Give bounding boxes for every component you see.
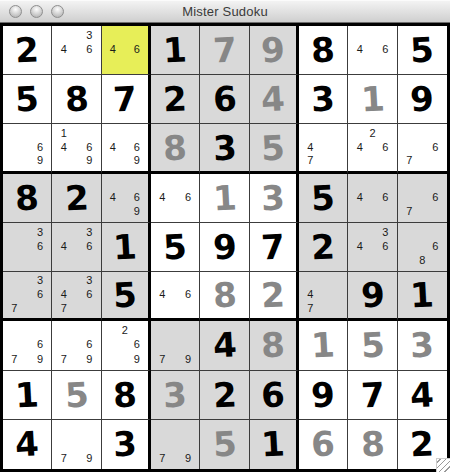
candidate-9: 9 <box>182 352 195 366</box>
cell-r5c1[interactable]: 36 <box>3 223 52 272</box>
candidate-marks: 46 <box>151 272 199 318</box>
solved-digit: 5 <box>360 328 385 363</box>
given-digit: 5 <box>310 180 335 215</box>
solved-digit: 3 <box>410 328 435 363</box>
given-digit: 1 <box>162 33 187 68</box>
cell-r3c6[interactable]: 5 <box>250 124 299 173</box>
cell-r7c2[interactable]: 679 <box>52 321 101 370</box>
cell-r9c2[interactable]: 79 <box>52 420 101 469</box>
candidate-marks: 79 <box>151 321 199 369</box>
cell-r8c8[interactable]: 7 <box>348 371 397 420</box>
cell-r5c6[interactable]: 7 <box>250 223 299 272</box>
given-digit: 5 <box>162 229 187 264</box>
cell-r7c6[interactable]: 8 <box>250 321 299 370</box>
candidate-6: 6 <box>379 239 392 253</box>
candidate-6: 6 <box>182 288 195 302</box>
candidate-6: 6 <box>429 239 442 253</box>
cell-r7c4[interactable]: 79 <box>151 321 200 370</box>
candidate-4: 4 <box>353 42 366 56</box>
given-digit: 2 <box>14 33 39 68</box>
candidate-6: 6 <box>379 42 392 56</box>
given-digit: 5 <box>14 82 39 117</box>
candidate-4: 4 <box>304 288 317 302</box>
candidate-4: 4 <box>304 140 317 154</box>
candidate-9: 9 <box>131 204 143 218</box>
candidate-9: 9 <box>182 451 195 466</box>
candidate-marks: 1469 <box>52 124 100 170</box>
cell-r1c3[interactable]: 46 <box>102 26 151 75</box>
solved-digit: 4 <box>260 82 285 117</box>
cell-r7c9[interactable]: 3 <box>398 321 447 370</box>
cell-r3c7[interactable]: 47 <box>299 124 348 173</box>
cell-r4c3[interactable]: 469 <box>102 174 151 223</box>
candidate-4: 4 <box>57 288 70 302</box>
cell-r6c4[interactable]: 46 <box>151 272 200 321</box>
given-digit: 2 <box>64 180 89 215</box>
given-digit: 4 <box>14 427 39 462</box>
candidate-marks: 3467 <box>52 272 100 318</box>
given-digit: 8 <box>14 180 39 215</box>
cell-r8c3[interactable]: 8 <box>102 371 151 420</box>
cell-r5c2[interactable]: 346 <box>52 223 101 272</box>
candidate-4: 4 <box>156 288 169 302</box>
candidate-3: 3 <box>83 274 96 288</box>
cell-r9c4[interactable]: 79 <box>151 420 200 469</box>
cell-r6c1[interactable]: 367 <box>3 272 52 321</box>
cell-r9c7[interactable]: 6 <box>299 420 348 469</box>
given-digit: 9 <box>410 82 435 117</box>
cell-r4c8[interactable]: 46 <box>348 174 397 223</box>
close-button[interactable] <box>9 5 22 18</box>
cell-r7c7[interactable]: 1 <box>299 321 348 370</box>
given-digit: 1 <box>14 377 39 412</box>
candidate-8: 8 <box>416 254 429 268</box>
given-digit: 4 <box>212 328 237 363</box>
candidate-7: 7 <box>57 352 70 366</box>
candidate-7: 7 <box>403 204 416 218</box>
candidate-6: 6 <box>83 338 96 352</box>
given-digit: 7 <box>112 82 137 117</box>
cell-r2c4[interactable]: 2 <box>151 75 200 124</box>
candidate-marks: 36 <box>3 223 51 271</box>
cell-r4c1[interactable]: 8 <box>3 174 52 223</box>
cell-r1c4[interactable]: 1 <box>151 26 200 75</box>
candidate-4: 4 <box>107 42 119 56</box>
candidate-7: 7 <box>57 451 70 466</box>
cell-r3c2[interactable]: 1469 <box>52 124 101 173</box>
solved-digit: 9 <box>260 33 285 68</box>
cell-r1c6[interactable]: 9 <box>250 26 299 75</box>
candidate-6: 6 <box>83 288 96 302</box>
given-digit: 8 <box>310 33 335 68</box>
candidate-6: 6 <box>34 239 47 253</box>
cell-r3c9[interactable]: 67 <box>398 124 447 173</box>
cell-r1c5[interactable]: 7 <box>200 26 249 75</box>
given-digit: 3 <box>310 82 335 117</box>
cell-r1c8[interactable]: 46 <box>348 26 397 75</box>
given-digit: 7 <box>260 229 285 264</box>
traffic-lights <box>9 1 64 22</box>
candidate-2: 2 <box>119 323 131 337</box>
solved-digit: 2 <box>260 278 285 313</box>
candidate-9: 9 <box>34 352 47 366</box>
cell-r9c8[interactable]: 8 <box>348 420 397 469</box>
candidate-6: 6 <box>83 140 96 154</box>
given-digit: 8 <box>112 377 137 412</box>
candidate-marks: 679 <box>3 321 51 369</box>
given-digit: 1 <box>260 427 285 462</box>
cell-r7c3[interactable]: 269 <box>102 321 151 370</box>
candidate-marks: 79 <box>151 420 199 469</box>
cell-r2c2[interactable]: 8 <box>52 75 101 124</box>
cell-r8c5[interactable]: 2 <box>200 371 249 420</box>
given-digit: 2 <box>410 427 435 462</box>
given-digit: 5 <box>410 33 435 68</box>
cell-r2c3[interactable]: 7 <box>102 75 151 124</box>
candidate-7: 7 <box>8 352 21 366</box>
cell-r8c6[interactable]: 6 <box>250 371 299 420</box>
cell-r2c9[interactable]: 9 <box>398 75 447 124</box>
candidate-6: 6 <box>131 190 143 204</box>
cell-r7c1[interactable]: 679 <box>3 321 52 370</box>
cell-r6c6[interactable]: 2 <box>250 272 299 321</box>
cell-r5c7[interactable]: 2 <box>299 223 348 272</box>
cell-r4c7[interactable]: 5 <box>299 174 348 223</box>
given-digit: 5 <box>112 278 137 313</box>
cell-r9c3[interactable]: 3 <box>102 420 151 469</box>
resize-grip-icon[interactable] <box>436 458 450 472</box>
cell-r4c6[interactable]: 3 <box>250 174 299 223</box>
cell-r5c5[interactable]: 9 <box>200 223 249 272</box>
candidate-7: 7 <box>156 352 169 366</box>
cell-r2c8[interactable]: 1 <box>348 75 397 124</box>
cell-r3c3[interactable]: 469 <box>102 124 151 173</box>
cell-r9c6[interactable]: 1 <box>250 420 299 469</box>
given-digit: 8 <box>64 82 89 117</box>
cell-r1c9[interactable]: 5 <box>398 26 447 75</box>
candidate-4: 4 <box>107 190 119 204</box>
candidate-9: 9 <box>83 451 96 466</box>
given-digit: 1 <box>410 278 435 313</box>
cell-r6c5[interactable]: 8 <box>200 272 249 321</box>
solved-digit: 6 <box>310 427 335 462</box>
given-digit: 2 <box>212 377 237 412</box>
cell-r6c8[interactable]: 9 <box>348 272 397 321</box>
cell-r8c4[interactable]: 3 <box>151 371 200 420</box>
candidate-4: 4 <box>353 140 366 154</box>
candidate-6: 6 <box>379 140 392 154</box>
cell-r6c3[interactable]: 5 <box>102 272 151 321</box>
solved-digit: 3 <box>260 180 285 215</box>
given-digit: 7 <box>360 377 385 412</box>
candidate-6: 6 <box>83 42 96 56</box>
given-digit: 4 <box>410 377 435 412</box>
app-window: Mister Sudoku 23464617984655872643196914… <box>0 0 450 472</box>
cell-r3c1[interactable]: 69 <box>3 124 52 173</box>
cell-r9c5[interactable]: 5 <box>200 420 249 469</box>
cell-r8c2[interactable]: 5 <box>52 371 101 420</box>
solved-digit: 5 <box>212 427 237 462</box>
cell-r7c8[interactable]: 5 <box>348 321 397 370</box>
candidate-6: 6 <box>34 288 47 302</box>
zoom-button[interactable] <box>51 5 64 18</box>
candidate-4: 4 <box>57 140 70 154</box>
candidate-4: 4 <box>156 190 169 204</box>
candidate-9: 9 <box>34 154 47 168</box>
cell-r5c3[interactable]: 1 <box>102 223 151 272</box>
cell-r3c5[interactable]: 3 <box>200 124 249 173</box>
given-digit: 6 <box>212 82 237 117</box>
cell-r6c7[interactable]: 47 <box>299 272 348 321</box>
given-digit: 3 <box>112 427 137 462</box>
candidate-3: 3 <box>83 225 96 239</box>
candidate-marks: 46 <box>151 174 199 222</box>
given-digit: 9 <box>360 278 385 313</box>
cell-r1c1[interactable]: 2 <box>3 26 52 75</box>
candidate-7: 7 <box>57 302 70 316</box>
candidate-9: 9 <box>131 154 143 168</box>
candidate-marks: 346 <box>52 223 100 271</box>
given-digit: 2 <box>162 82 187 117</box>
candidate-marks: 69 <box>3 124 51 170</box>
candidate-marks: 67 <box>398 174 447 222</box>
candidate-9: 9 <box>83 352 96 366</box>
candidate-marks: 46 <box>348 26 396 74</box>
solved-digit: 8 <box>260 328 285 363</box>
given-digit: 3 <box>212 130 237 165</box>
candidate-7: 7 <box>403 154 416 168</box>
candidate-6: 6 <box>429 190 442 204</box>
candidate-marks: 346 <box>348 223 396 271</box>
given-digit: 9 <box>212 229 237 264</box>
cell-r3c8[interactable]: 246 <box>348 124 397 173</box>
cell-r6c9[interactable]: 1 <box>398 272 447 321</box>
candidate-6: 6 <box>34 140 47 154</box>
candidate-marks: 367 <box>3 272 51 318</box>
candidate-6: 6 <box>131 338 143 352</box>
candidate-7: 7 <box>156 451 169 466</box>
candidate-3: 3 <box>34 274 47 288</box>
solved-digit: 3 <box>162 377 187 412</box>
title-bar[interactable]: Mister Sudoku <box>0 0 450 23</box>
given-digit: 1 <box>112 229 137 264</box>
candidate-7: 7 <box>8 302 21 316</box>
solved-digit: 7 <box>212 33 237 68</box>
cell-r1c7[interactable]: 8 <box>299 26 348 75</box>
candidate-marks: 47 <box>299 272 347 318</box>
candidate-6: 6 <box>429 140 442 154</box>
candidate-6: 6 <box>83 239 96 253</box>
candidate-marks: 79 <box>52 420 100 469</box>
candidate-6: 6 <box>379 190 392 204</box>
candidate-marks: 47 <box>299 124 347 170</box>
candidate-2: 2 <box>366 126 379 140</box>
solved-digit: 8 <box>212 278 237 313</box>
candidate-4: 4 <box>353 239 366 253</box>
cell-r5c8[interactable]: 346 <box>348 223 397 272</box>
candidate-3: 3 <box>83 28 96 42</box>
cell-r3c4[interactable]: 8 <box>151 124 200 173</box>
candidate-4: 4 <box>57 42 70 56</box>
cell-r5c4[interactable]: 5 <box>151 223 200 272</box>
candidate-marks: 346 <box>52 26 100 74</box>
given-digit: 9 <box>310 377 335 412</box>
candidate-9: 9 <box>131 352 143 366</box>
given-digit: 2 <box>310 229 335 264</box>
candidate-4: 4 <box>107 140 119 154</box>
cell-r8c7[interactable]: 9 <box>299 371 348 420</box>
candidate-marks: 469 <box>102 124 148 170</box>
candidate-marks: 46 <box>348 174 396 222</box>
sudoku-board: 2346461798465587264319691469469835472466… <box>0 23 450 472</box>
solved-digit: 8 <box>360 427 385 462</box>
candidate-3: 3 <box>34 225 47 239</box>
candidate-marks: 679 <box>52 321 100 369</box>
candidate-6: 6 <box>182 190 195 204</box>
candidate-6: 6 <box>131 140 143 154</box>
cell-r4c5[interactable]: 1 <box>200 174 249 223</box>
cell-r5c9[interactable]: 68 <box>398 223 447 272</box>
cell-r7c5[interactable]: 4 <box>200 321 249 370</box>
cell-r4c2[interactable]: 2 <box>52 174 101 223</box>
cell-r2c1[interactable]: 5 <box>3 75 52 124</box>
candidate-marks: 269 <box>102 321 148 369</box>
solved-digit: 5 <box>260 130 285 165</box>
cell-r8c1[interactable]: 1 <box>3 371 52 420</box>
cell-r9c1[interactable]: 4 <box>3 420 52 469</box>
minimize-button[interactable] <box>30 5 43 18</box>
solved-digit: 1 <box>310 328 335 363</box>
candidate-7: 7 <box>304 302 317 316</box>
solved-digit: 5 <box>64 377 89 412</box>
candidate-7: 7 <box>304 154 317 168</box>
candidate-4: 4 <box>57 239 70 253</box>
candidate-3: 3 <box>379 225 392 239</box>
candidate-marks: 68 <box>398 223 447 271</box>
cell-r2c6[interactable]: 4 <box>250 75 299 124</box>
candidate-6: 6 <box>131 42 143 56</box>
candidate-4: 4 <box>353 190 366 204</box>
cell-r1c2[interactable]: 346 <box>52 26 101 75</box>
candidate-marks: 46 <box>102 26 148 74</box>
solved-digit: 1 <box>360 82 385 117</box>
candidate-marks: 67 <box>398 124 447 170</box>
cell-r4c9[interactable]: 67 <box>398 174 447 223</box>
candidate-marks: 469 <box>102 174 148 222</box>
cell-r2c7[interactable]: 3 <box>299 75 348 124</box>
window-title: Mister Sudoku <box>182 4 268 19</box>
cell-r8c9[interactable]: 4 <box>398 371 447 420</box>
solved-digit: 8 <box>162 130 187 165</box>
candidate-6: 6 <box>34 338 47 352</box>
given-digit: 6 <box>260 377 285 412</box>
cell-r2c5[interactable]: 6 <box>200 75 249 124</box>
cell-r4c4[interactable]: 46 <box>151 174 200 223</box>
candidate-marks: 246 <box>348 124 396 170</box>
candidate-1: 1 <box>57 126 70 140</box>
cell-r6c2[interactable]: 3467 <box>52 272 101 321</box>
candidate-9: 9 <box>83 154 96 168</box>
solved-digit: 1 <box>212 180 237 215</box>
